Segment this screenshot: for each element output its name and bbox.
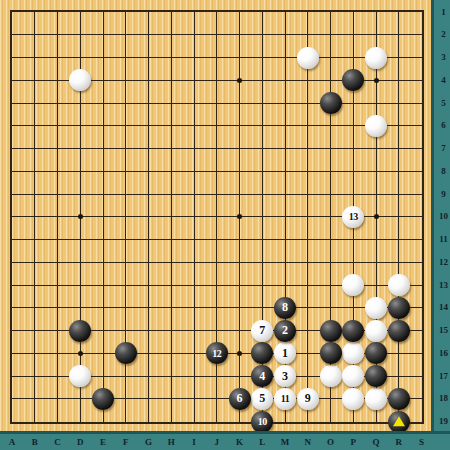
column-label-D: D <box>72 437 88 448</box>
column-label-E: E <box>95 437 111 448</box>
grid-line-vertical <box>398 12 399 422</box>
stone-black-F16[interactable] <box>115 342 137 364</box>
column-label-K: K <box>232 437 248 448</box>
column-label-I: I <box>186 437 202 448</box>
move-number-label: 3 <box>274 365 296 387</box>
column-label-R: R <box>391 437 407 448</box>
move-number-label: 8 <box>274 297 296 319</box>
stone-black-L19[interactable]: 10 <box>251 411 273 433</box>
column-label-O: O <box>323 437 339 448</box>
row-label-17: 17 <box>436 371 450 382</box>
star-point-Q10 <box>374 214 379 219</box>
row-label-1: 1 <box>436 7 450 18</box>
stone-white-M18[interactable]: 11 <box>274 388 296 410</box>
grid-line-horizontal <box>12 307 422 308</box>
stone-white-N18[interactable]: 9 <box>297 388 319 410</box>
move-number-label: 12 <box>206 342 228 364</box>
stone-white-Q15[interactable] <box>365 320 387 342</box>
row-label-4: 4 <box>436 75 450 86</box>
row-label-7: 7 <box>436 143 450 154</box>
column-label-C: C <box>50 437 66 448</box>
stone-black-D15[interactable] <box>69 320 91 342</box>
row-label-18: 18 <box>436 393 450 404</box>
row-label-10: 10 <box>436 211 450 222</box>
row-label-16: 16 <box>436 348 450 359</box>
go-game-viewer: 12345678910111213 1234567891011121314151… <box>0 0 450 450</box>
star-point-K4 <box>237 78 242 83</box>
stone-black-J16[interactable]: 12 <box>206 342 228 364</box>
stone-black-R18[interactable] <box>388 388 410 410</box>
column-label-G: G <box>141 437 157 448</box>
move-number-label: 13 <box>342 206 364 228</box>
column-label-M: M <box>277 437 293 448</box>
stone-white-P18[interactable] <box>342 388 364 410</box>
stone-black-M14[interactable]: 8 <box>274 297 296 319</box>
row-label-8: 8 <box>436 166 450 177</box>
star-point-D16 <box>78 351 83 356</box>
row-label-5: 5 <box>436 98 450 109</box>
move-number-label: 9 <box>297 388 319 410</box>
grid-line-horizontal <box>12 262 422 263</box>
move-number-label: 1 <box>274 342 296 364</box>
grid-line-horizontal <box>12 239 422 240</box>
go-board[interactable]: 12345678910111213 <box>0 0 450 450</box>
stone-black-M15[interactable]: 2 <box>274 320 296 342</box>
stone-black-R14[interactable] <box>388 297 410 319</box>
row-label-11: 11 <box>436 234 450 245</box>
stone-black-R15[interactable] <box>388 320 410 342</box>
stone-white-L18[interactable]: 5 <box>251 388 273 410</box>
stone-black-L17[interactable]: 4 <box>251 365 273 387</box>
move-number-label: 7 <box>251 320 273 342</box>
move-number-label: 4 <box>251 365 273 387</box>
move-number-label: 2 <box>274 320 296 342</box>
stone-black-R19[interactable] <box>388 411 410 433</box>
column-label-S: S <box>414 437 430 448</box>
star-point-D10 <box>78 214 83 219</box>
stone-white-Q14[interactable] <box>365 297 387 319</box>
move-number-label: 5 <box>251 388 273 410</box>
stone-black-P15[interactable] <box>342 320 364 342</box>
row-label-15: 15 <box>436 325 450 336</box>
triangle-marker-icon <box>393 416 405 426</box>
column-label-A: A <box>4 437 20 448</box>
star-point-Q4 <box>374 78 379 83</box>
stone-black-O5[interactable] <box>320 92 342 114</box>
stone-white-R13[interactable] <box>388 274 410 296</box>
column-label-F: F <box>118 437 134 448</box>
row-label-3: 3 <box>436 52 450 63</box>
row-label-6: 6 <box>436 120 450 131</box>
stone-white-Q18[interactable] <box>365 388 387 410</box>
stone-white-O17[interactable] <box>320 365 342 387</box>
move-number-label: 6 <box>229 388 251 410</box>
stone-white-Q3[interactable] <box>365 47 387 69</box>
row-label-9: 9 <box>436 189 450 200</box>
column-label-Q: Q <box>368 437 384 448</box>
coordinate-strip-right: 12345678910111213141516171819 <box>431 0 450 450</box>
stone-black-E18[interactable] <box>92 388 114 410</box>
stone-white-P10[interactable]: 13 <box>342 206 364 228</box>
stone-white-M16[interactable]: 1 <box>274 342 296 364</box>
stone-white-L15[interactable]: 7 <box>251 320 273 342</box>
stone-black-Q17[interactable] <box>365 365 387 387</box>
star-point-K16 <box>237 351 242 356</box>
column-label-B: B <box>27 437 43 448</box>
stone-white-M17[interactable]: 3 <box>274 365 296 387</box>
row-label-13: 13 <box>436 280 450 291</box>
row-label-2: 2 <box>436 29 450 40</box>
stone-black-K18[interactable]: 6 <box>229 388 251 410</box>
column-label-P: P <box>345 437 361 448</box>
column-label-L: L <box>254 437 270 448</box>
row-label-14: 14 <box>436 302 450 313</box>
row-label-12: 12 <box>436 257 450 268</box>
stone-white-N3[interactable] <box>297 47 319 69</box>
column-label-H: H <box>163 437 179 448</box>
grid-line-vertical <box>307 12 308 422</box>
stone-black-O16[interactable] <box>320 342 342 364</box>
move-number-label: 11 <box>274 388 296 410</box>
column-label-J: J <box>209 437 225 448</box>
coordinate-strip-bottom: ABCDEFGHIJKLMNOPQRS <box>0 431 450 450</box>
stone-white-Q6[interactable] <box>365 115 387 137</box>
move-number-label: 10 <box>251 411 273 433</box>
row-label-19: 19 <box>436 416 450 427</box>
stone-black-O15[interactable] <box>320 320 342 342</box>
column-label-N: N <box>300 437 316 448</box>
